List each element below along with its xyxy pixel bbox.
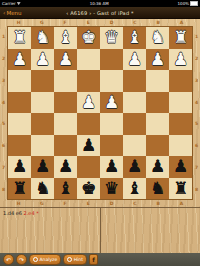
square-d3[interactable] — [100, 70, 123, 92]
chess-board[interactable]: ♜♞♝♚♛♝♞♜♟♟♟♟♟♟♟♟♟♟♟♟♟♟♟♟♜♞♝♚♛♝♞♜ — [7, 26, 193, 200]
white-pawn-piece[interactable]: ♟ — [81, 94, 96, 111]
square-f8[interactable]: ♝ — [54, 178, 77, 200]
coord-label: 1 — [193, 34, 200, 39]
square-h6[interactable] — [8, 135, 31, 157]
coord-label: 2 — [193, 56, 200, 61]
square-b3[interactable] — [146, 70, 169, 92]
coord-label: 5 — [193, 121, 200, 126]
square-e6[interactable]: ♟ — [77, 135, 100, 157]
black-pawn-piece[interactable]: ♟ — [150, 158, 165, 175]
coord-label: 4 — [0, 100, 7, 105]
coord-label: 2 — [0, 56, 7, 61]
square-h7[interactable]: ♟ — [8, 156, 31, 178]
square-a3[interactable] — [169, 70, 192, 92]
square-c6[interactable] — [123, 135, 146, 157]
square-h5[interactable] — [8, 113, 31, 135]
square-e5[interactable] — [77, 113, 100, 135]
square-f5[interactable] — [54, 113, 77, 135]
square-e2[interactable] — [77, 49, 100, 71]
coord-label: 6 — [0, 143, 7, 148]
coord-label: H — [7, 200, 30, 207]
square-b2[interactable]: ♟ — [146, 49, 169, 71]
coord-label: 7 — [193, 165, 200, 170]
square-h1[interactable]: ♜ — [8, 27, 31, 49]
square-e8[interactable]: ♚ — [77, 178, 100, 200]
coord-label: 5 — [0, 121, 7, 126]
white-bishop-piece[interactable]: ♝ — [127, 29, 142, 46]
played-moves[interactable]: 1.d4 e6 — [3, 210, 22, 216]
square-a2[interactable]: ♟ — [169, 49, 192, 71]
analyze-icon — [33, 257, 38, 262]
square-d5[interactable] — [100, 113, 123, 135]
black-rook-piece[interactable]: ♜ — [173, 180, 188, 197]
coord-label: B — [147, 200, 170, 207]
square-c8[interactable]: ♝ — [123, 178, 146, 200]
black-knight-piece[interactable]: ♞ — [35, 180, 50, 197]
white-pawn-piece[interactable]: ♟ — [173, 51, 188, 68]
square-b7[interactable]: ♟ — [146, 156, 169, 178]
square-d1[interactable]: ♛ — [100, 27, 123, 49]
move-panel: 1.d4 e6 2.e4 * — [0, 207, 200, 253]
square-d6[interactable] — [100, 135, 123, 157]
coord-label: E — [77, 200, 100, 207]
file-labels-top: HGFEDCBA — [7, 19, 193, 26]
square-h8[interactable]: ♜ — [8, 178, 31, 200]
black-pawn-piece[interactable]: ♟ — [81, 137, 96, 154]
black-bishop-piece[interactable]: ♝ — [127, 180, 142, 197]
square-f6[interactable] — [54, 135, 77, 157]
coord-label: 1 — [0, 34, 7, 39]
white-pawn-piece[interactable]: ♟ — [104, 94, 119, 111]
square-a8[interactable]: ♜ — [169, 178, 192, 200]
coord-label: D — [100, 19, 123, 26]
annotation-panel — [101, 208, 201, 253]
square-g6[interactable] — [31, 135, 54, 157]
square-b4[interactable] — [146, 92, 169, 114]
coord-label: E — [77, 19, 100, 26]
square-g3[interactable] — [31, 70, 54, 92]
coord-label: F — [54, 19, 77, 26]
square-a7[interactable]: ♟ — [169, 156, 192, 178]
square-g8[interactable]: ♞ — [31, 178, 54, 200]
white-rook-piece[interactable]: ♜ — [173, 29, 188, 46]
square-f1[interactable]: ♝ — [54, 27, 77, 49]
battery-percent: 100% — [178, 0, 189, 7]
square-a1[interactable]: ♜ — [169, 27, 192, 49]
hint-button[interactable]: Hint — [63, 254, 87, 265]
black-pawn-piece[interactable]: ♟ — [58, 158, 73, 175]
black-pawn-piece[interactable]: ♟ — [173, 158, 188, 175]
white-queen-piece[interactable]: ♛ — [104, 29, 119, 46]
file-labels-bottom: HGFEDCBA — [7, 200, 193, 207]
black-knight-piece[interactable]: ♞ — [150, 180, 165, 197]
rank-labels-left: 12345678 — [0, 26, 7, 200]
menu-button-label: Menu — [6, 10, 21, 16]
square-f3[interactable] — [54, 70, 77, 92]
white-pawn-piece[interactable]: ♟ — [35, 51, 50, 68]
square-b1[interactable]: ♞ — [146, 27, 169, 49]
white-pawn-piece[interactable]: ♟ — [150, 51, 165, 68]
result-marker: * — [36, 210, 39, 216]
square-e7[interactable] — [77, 156, 100, 178]
hint-icon — [67, 257, 72, 262]
back-chevron-icon: ‹ — [3, 9, 5, 16]
undo-move-button[interactable]: ↶ — [3, 254, 14, 265]
info-icon: f — [92, 256, 95, 263]
square-g2[interactable]: ♟ — [31, 49, 54, 71]
square-c7[interactable]: ♟ — [123, 156, 146, 178]
hint-button-label: Hint — [74, 257, 83, 262]
square-c1[interactable]: ♝ — [123, 27, 146, 49]
black-rook-piece[interactable]: ♜ — [12, 180, 27, 197]
coord-label: G — [30, 19, 53, 26]
battery-icon — [190, 1, 198, 6]
info-button[interactable]: f — [89, 254, 98, 265]
analyze-button-label: Analyze — [40, 257, 58, 262]
bottom-toolbar: ↶ ↷ Analyze Hint f — [0, 253, 200, 266]
square-g1[interactable]: ♞ — [31, 27, 54, 49]
white-pawn-piece[interactable]: ♟ — [127, 51, 142, 68]
square-d8[interactable]: ♛ — [100, 178, 123, 200]
white-knight-piece[interactable]: ♞ — [150, 29, 165, 46]
nav-bar: ‹ Menu ‹ A6169 › - Gast of iPad * — [0, 7, 200, 19]
square-g4[interactable] — [31, 92, 54, 114]
square-b8[interactable]: ♞ — [146, 178, 169, 200]
black-queen-piece[interactable]: ♛ — [104, 180, 119, 197]
coord-label: F — [54, 200, 77, 207]
square-f2[interactable]: ♟ — [54, 49, 77, 71]
square-a4[interactable] — [169, 92, 192, 114]
move-list[interactable]: 1.d4 e6 2.e4 * — [0, 208, 101, 253]
coord-label: 7 — [0, 165, 7, 170]
square-e4[interactable]: ♟ — [77, 92, 100, 114]
coord-label: A — [170, 19, 193, 26]
white-knight-piece[interactable]: ♞ — [35, 29, 50, 46]
square-c3[interactable] — [123, 70, 146, 92]
square-c5[interactable] — [123, 113, 146, 135]
square-e1[interactable]: ♚ — [77, 27, 100, 49]
clock-label: 10:36 AM — [90, 0, 109, 7]
board-area: HGFEDCBA 12345678 ♜♞♝♚♛♝♞♜♟♟♟♟♟♟♟♟♟♟♟♟♟♟… — [0, 19, 200, 207]
coord-label: 6 — [193, 143, 200, 148]
last-move[interactable]: 2.e4 — [24, 210, 35, 216]
square-f7[interactable]: ♟ — [54, 156, 77, 178]
redo-icon: ↷ — [19, 255, 24, 264]
game-title: ‹ A6169 › - Gast of iPad * — [0, 10, 200, 16]
square-f4[interactable] — [54, 92, 77, 114]
square-a6[interactable] — [169, 135, 192, 157]
redo-move-button[interactable]: ↷ — [16, 254, 27, 265]
undo-icon: ↶ — [6, 255, 11, 264]
coord-label: 4 — [193, 100, 200, 105]
coord-label: C — [123, 19, 146, 26]
square-d4[interactable]: ♟ — [100, 92, 123, 114]
coord-label: B — [147, 19, 170, 26]
square-a5[interactable] — [169, 113, 192, 135]
white-bishop-piece[interactable]: ♝ — [58, 29, 73, 46]
status-bar: Carrier 10:36 AM 100% — [0, 0, 200, 7]
carrier-label: Carrier — [2, 0, 16, 7]
coord-label: 3 — [193, 78, 200, 83]
coord-label: A — [170, 200, 193, 207]
coord-label: H — [7, 19, 30, 26]
square-d2[interactable] — [100, 49, 123, 71]
square-h3[interactable] — [8, 70, 31, 92]
white-pawn-piece[interactable]: ♟ — [58, 51, 73, 68]
white-pawn-piece[interactable]: ♟ — [12, 51, 27, 68]
black-king-piece[interactable]: ♚ — [81, 180, 96, 197]
wifi-icon — [17, 2, 21, 5]
menu-button[interactable]: ‹ Menu — [3, 9, 22, 16]
square-e3[interactable] — [77, 70, 100, 92]
square-g5[interactable] — [31, 113, 54, 135]
square-g7[interactable]: ♟ — [31, 156, 54, 178]
black-pawn-piece[interactable]: ♟ — [104, 158, 119, 175]
square-c2[interactable]: ♟ — [123, 49, 146, 71]
square-b5[interactable] — [146, 113, 169, 135]
coord-label: D — [100, 200, 123, 207]
coord-label: 8 — [193, 187, 200, 192]
analyze-button[interactable]: Analyze — [29, 254, 61, 265]
chess-app-window: Carrier 10:36 AM 100% ‹ Menu ‹ A6169 › -… — [0, 0, 200, 266]
coord-label: 3 — [0, 78, 7, 83]
square-h2[interactable]: ♟ — [8, 49, 31, 71]
black-pawn-piece[interactable]: ♟ — [35, 158, 50, 175]
square-h4[interactable] — [8, 92, 31, 114]
white-king-piece[interactable]: ♚ — [81, 29, 96, 46]
square-c4[interactable] — [123, 92, 146, 114]
coord-label: 8 — [0, 187, 7, 192]
coord-label: G — [30, 200, 53, 207]
rank-labels-right: 12345678 — [193, 26, 200, 200]
black-pawn-piece[interactable]: ♟ — [127, 158, 142, 175]
black-pawn-piece[interactable]: ♟ — [12, 158, 27, 175]
black-bishop-piece[interactable]: ♝ — [58, 180, 73, 197]
square-b6[interactable] — [146, 135, 169, 157]
square-d7[interactable]: ♟ — [100, 156, 123, 178]
white-rook-piece[interactable]: ♜ — [12, 29, 27, 46]
coord-label: C — [123, 200, 146, 207]
